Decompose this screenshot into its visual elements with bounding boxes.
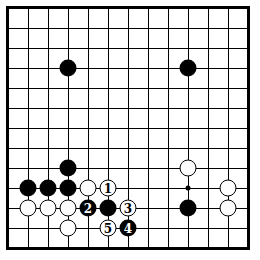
black-stone xyxy=(180,200,197,217)
move-5-stone: 5 xyxy=(100,220,117,237)
black-stone xyxy=(20,180,37,197)
move-2-stone: 2 xyxy=(80,200,97,217)
black-stone xyxy=(60,180,77,197)
move-4-stone: 4 xyxy=(120,220,137,237)
hoshi-point xyxy=(186,186,191,191)
white-stone xyxy=(40,200,57,217)
black-stone xyxy=(60,60,77,77)
black-stone xyxy=(180,60,197,77)
black-stone xyxy=(60,160,77,177)
move-3-stone: 3 xyxy=(120,200,137,217)
white-stone xyxy=(220,180,237,197)
black-stone xyxy=(40,180,57,197)
white-stone xyxy=(220,200,237,217)
black-stone xyxy=(100,200,117,217)
white-stone xyxy=(80,180,97,197)
go-diagram: 12354 xyxy=(0,0,260,260)
move-1-stone: 1 xyxy=(100,180,117,197)
white-stone xyxy=(60,220,77,237)
white-stone xyxy=(20,200,37,217)
white-stone xyxy=(60,200,77,217)
white-stone xyxy=(180,160,197,177)
